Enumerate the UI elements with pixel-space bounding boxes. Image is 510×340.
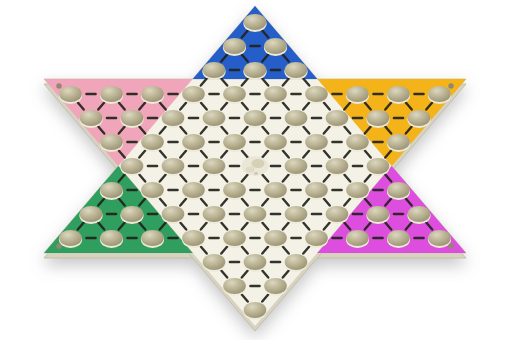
hole-r10-c6[interactable] — [264, 230, 287, 248]
hole-r12-c1[interactable] — [223, 278, 246, 296]
tip-rivet-hole-lower-right — [448, 243, 453, 248]
hole-r10-c4[interactable] — [182, 230, 205, 248]
hole-r4-c6[interactable] — [264, 86, 287, 104]
hole-r8-c3[interactable] — [182, 182, 205, 200]
hole-r6-c3[interactable] — [182, 134, 205, 152]
hole-r10-c8[interactable] — [346, 230, 369, 248]
hole-r9-c5[interactable] — [243, 206, 266, 224]
tip-rivet-hole-upper-left — [56, 83, 61, 88]
hole-r13-c1[interactable] — [243, 302, 266, 320]
hole-r6-c2[interactable] — [141, 134, 164, 152]
hole-r5-c3[interactable] — [161, 110, 184, 128]
hole-r8-c2[interactable] — [141, 182, 164, 200]
hole-r8-c7[interactable] — [346, 182, 369, 200]
hole-r10-c3[interactable] — [141, 230, 164, 248]
hole-r7-c2[interactable] — [161, 158, 184, 176]
hole-r4-c2[interactable] — [100, 86, 123, 104]
hole-r8-c5[interactable] — [264, 182, 287, 200]
hole-r2-c2[interactable] — [264, 38, 287, 56]
hole-r7-c7[interactable] — [366, 158, 389, 176]
hole-r12-c2[interactable] — [264, 278, 287, 296]
hole-r7-c3[interactable] — [202, 158, 225, 176]
hole-r6-c8[interactable] — [387, 134, 410, 152]
hole-r1-c1[interactable] — [243, 14, 266, 32]
hole-r4-c3[interactable] — [141, 86, 164, 104]
hole-r10-c9[interactable] — [387, 230, 410, 248]
hole-r4-c10[interactable] — [428, 86, 451, 104]
hole-r4-c1[interactable] — [59, 86, 82, 104]
hole-r4-c4[interactable] — [182, 86, 205, 104]
hole-r4-c5[interactable] — [223, 86, 246, 104]
hole-r5-c6[interactable] — [284, 110, 307, 128]
hole-r10-c2[interactable] — [100, 230, 123, 248]
hole-r3-c2[interactable] — [243, 62, 266, 80]
hole-r9-c6[interactable] — [284, 206, 307, 224]
hole-r9-c7[interactable] — [325, 206, 348, 224]
hole-r9-c4[interactable] — [202, 206, 225, 224]
hole-r2-c1[interactable] — [223, 38, 246, 56]
hole-r9-c2[interactable] — [120, 206, 143, 224]
hole-r5-c2[interactable] — [120, 110, 143, 128]
tip-rivet-hole-upper-right — [448, 83, 453, 88]
hole-r6-c7[interactable] — [346, 134, 369, 152]
chinese-checkers-board-photo — [0, 0, 510, 340]
hole-r5-c9[interactable] — [407, 110, 430, 128]
hole-r11-c1[interactable] — [202, 254, 225, 272]
hole-r3-c1[interactable] — [202, 62, 225, 80]
hole-r8-c6[interactable] — [305, 182, 328, 200]
board-star — [0, 0, 510, 340]
hole-r5-c1[interactable] — [79, 110, 102, 128]
hole-r10-c10[interactable] — [428, 230, 451, 248]
hole-r8-c1[interactable] — [100, 182, 123, 200]
hole-r6-c5[interactable] — [264, 134, 287, 152]
hole-r7-c1[interactable] — [120, 158, 143, 176]
hole-r3-c3[interactable] — [284, 62, 307, 80]
hole-r7-c5[interactable] — [284, 158, 307, 176]
hole-r5-c4[interactable] — [202, 110, 225, 128]
hole-r6-c4[interactable] — [223, 134, 246, 152]
hole-r10-c7[interactable] — [305, 230, 328, 248]
hole-r11-c2[interactable] — [243, 254, 266, 272]
hole-r8-c4[interactable] — [223, 182, 246, 200]
hole-r4-c8[interactable] — [346, 86, 369, 104]
center-plugged-hole — [242, 156, 269, 176]
hole-r9-c3[interactable] — [161, 206, 184, 224]
hole-r5-c8[interactable] — [366, 110, 389, 128]
hole-r10-c1[interactable] — [59, 230, 82, 248]
hole-r5-c7[interactable] — [325, 110, 348, 128]
hole-r6-c1[interactable] — [100, 134, 123, 152]
hole-r10-c5[interactable] — [223, 230, 246, 248]
tip-rivet-hole-lower-left — [56, 243, 61, 248]
hole-r9-c8[interactable] — [366, 206, 389, 224]
hole-r6-c6[interactable] — [305, 134, 328, 152]
hole-r8-c8[interactable] — [387, 182, 410, 200]
hole-r11-c3[interactable] — [284, 254, 307, 272]
hole-r9-c1[interactable] — [79, 206, 102, 224]
hole-r9-c9[interactable] — [407, 206, 430, 224]
hole-r4-c9[interactable] — [387, 86, 410, 104]
hole-r7-c6[interactable] — [325, 158, 348, 176]
hole-r5-c5[interactable] — [243, 110, 266, 128]
hole-r4-c7[interactable] — [305, 86, 328, 104]
